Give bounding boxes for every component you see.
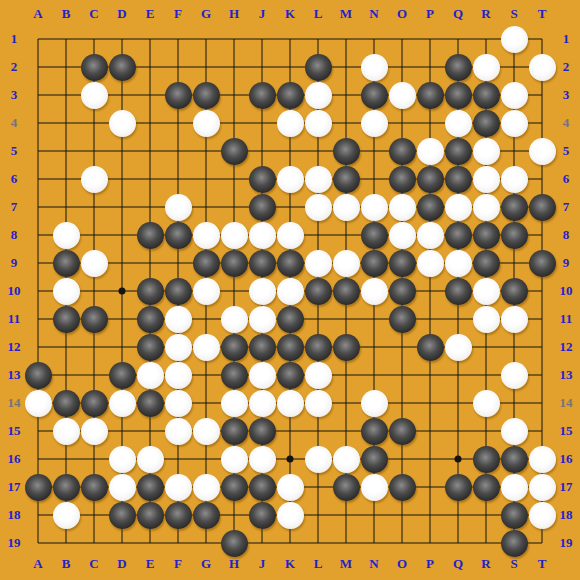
intersection-d4[interactable] xyxy=(108,109,136,137)
intersection-a10[interactable] xyxy=(24,277,52,305)
intersection-o3[interactable] xyxy=(388,81,416,109)
intersection-q4[interactable] xyxy=(444,109,472,137)
intersection-o12[interactable] xyxy=(388,333,416,361)
intersection-d9[interactable] xyxy=(108,249,136,277)
intersection-j8[interactable] xyxy=(248,221,276,249)
intersection-d15[interactable] xyxy=(108,417,136,445)
intersection-f14[interactable] xyxy=(164,389,192,417)
intersection-r7[interactable] xyxy=(472,193,500,221)
intersection-r15[interactable] xyxy=(472,417,500,445)
intersection-n15[interactable] xyxy=(360,417,388,445)
intersection-e1[interactable] xyxy=(136,25,164,53)
intersection-s12[interactable] xyxy=(500,333,528,361)
intersection-q16[interactable] xyxy=(444,445,472,473)
intersection-f13[interactable] xyxy=(164,361,192,389)
intersection-o1[interactable] xyxy=(388,25,416,53)
intersection-o17[interactable] xyxy=(388,473,416,501)
intersection-c1[interactable] xyxy=(80,25,108,53)
intersection-p13[interactable] xyxy=(416,361,444,389)
intersection-g18[interactable] xyxy=(192,501,220,529)
intersection-l1[interactable] xyxy=(304,25,332,53)
intersection-p4[interactable] xyxy=(416,109,444,137)
intersection-g8[interactable] xyxy=(192,221,220,249)
intersection-s11[interactable] xyxy=(500,305,528,333)
intersection-m6[interactable] xyxy=(332,165,360,193)
intersection-c2[interactable] xyxy=(80,53,108,81)
intersection-o10[interactable] xyxy=(388,277,416,305)
intersection-l3[interactable] xyxy=(304,81,332,109)
intersection-q2[interactable] xyxy=(444,53,472,81)
intersection-e11[interactable] xyxy=(136,305,164,333)
intersection-n18[interactable] xyxy=(360,501,388,529)
intersection-e7[interactable] xyxy=(136,193,164,221)
intersection-q3[interactable] xyxy=(444,81,472,109)
intersection-p14[interactable] xyxy=(416,389,444,417)
intersection-b1[interactable] xyxy=(52,25,80,53)
intersection-d2[interactable] xyxy=(108,53,136,81)
intersection-c12[interactable] xyxy=(80,333,108,361)
intersection-b2[interactable] xyxy=(52,53,80,81)
intersection-q11[interactable] xyxy=(444,305,472,333)
intersection-m4[interactable] xyxy=(332,109,360,137)
intersection-o18[interactable] xyxy=(388,501,416,529)
intersection-b9[interactable] xyxy=(52,249,80,277)
intersection-f5[interactable] xyxy=(164,137,192,165)
intersection-k11[interactable] xyxy=(276,305,304,333)
intersection-a4[interactable] xyxy=(24,109,52,137)
intersection-r10[interactable] xyxy=(472,277,500,305)
intersection-s10[interactable] xyxy=(500,277,528,305)
intersection-e5[interactable] xyxy=(136,137,164,165)
intersection-l12[interactable] xyxy=(304,333,332,361)
intersection-r1[interactable] xyxy=(472,25,500,53)
intersection-k8[interactable] xyxy=(276,221,304,249)
intersection-q10[interactable] xyxy=(444,277,472,305)
intersection-f15[interactable] xyxy=(164,417,192,445)
intersection-e18[interactable] xyxy=(136,501,164,529)
intersection-n13[interactable] xyxy=(360,361,388,389)
intersection-a16[interactable] xyxy=(24,445,52,473)
intersection-g3[interactable] xyxy=(192,81,220,109)
intersection-c7[interactable] xyxy=(80,193,108,221)
intersection-k17[interactable] xyxy=(276,473,304,501)
intersection-f19[interactable] xyxy=(164,529,192,557)
intersection-n16[interactable] xyxy=(360,445,388,473)
intersection-e3[interactable] xyxy=(136,81,164,109)
intersection-m10[interactable] xyxy=(332,277,360,305)
intersection-h15[interactable] xyxy=(220,417,248,445)
intersection-g10[interactable] xyxy=(192,277,220,305)
intersection-k6[interactable] xyxy=(276,165,304,193)
intersection-d19[interactable] xyxy=(108,529,136,557)
intersection-k3[interactable] xyxy=(276,81,304,109)
intersection-r4[interactable] xyxy=(472,109,500,137)
intersection-n12[interactable] xyxy=(360,333,388,361)
intersection-j12[interactable] xyxy=(248,333,276,361)
intersection-p19[interactable] xyxy=(416,529,444,557)
intersection-f6[interactable] xyxy=(164,165,192,193)
intersection-o15[interactable] xyxy=(388,417,416,445)
intersection-j2[interactable] xyxy=(248,53,276,81)
intersection-q18[interactable] xyxy=(444,501,472,529)
intersection-n11[interactable] xyxy=(360,305,388,333)
intersection-k15[interactable] xyxy=(276,417,304,445)
intersection-o8[interactable] xyxy=(388,221,416,249)
intersection-f17[interactable] xyxy=(164,473,192,501)
intersection-s7[interactable] xyxy=(500,193,528,221)
intersection-j11[interactable] xyxy=(248,305,276,333)
intersection-d6[interactable] xyxy=(108,165,136,193)
intersection-f2[interactable] xyxy=(164,53,192,81)
intersection-c11[interactable] xyxy=(80,305,108,333)
intersection-s8[interactable] xyxy=(500,221,528,249)
intersection-m7[interactable] xyxy=(332,193,360,221)
intersection-h18[interactable] xyxy=(220,501,248,529)
intersection-d16[interactable] xyxy=(108,445,136,473)
intersection-b17[interactable] xyxy=(52,473,80,501)
intersection-c6[interactable] xyxy=(80,165,108,193)
intersection-l6[interactable] xyxy=(304,165,332,193)
intersection-d7[interactable] xyxy=(108,193,136,221)
intersection-f11[interactable] xyxy=(164,305,192,333)
intersection-o6[interactable] xyxy=(388,165,416,193)
intersection-c9[interactable] xyxy=(80,249,108,277)
intersection-n19[interactable] xyxy=(360,529,388,557)
intersection-b3[interactable] xyxy=(52,81,80,109)
intersection-a12[interactable] xyxy=(24,333,52,361)
intersection-s5[interactable] xyxy=(500,137,528,165)
intersection-g14[interactable] xyxy=(192,389,220,417)
intersection-h14[interactable] xyxy=(220,389,248,417)
intersection-q6[interactable] xyxy=(444,165,472,193)
intersection-s14[interactable] xyxy=(500,389,528,417)
intersection-g7[interactable] xyxy=(192,193,220,221)
intersection-j16[interactable] xyxy=(248,445,276,473)
intersection-b13[interactable] xyxy=(52,361,80,389)
intersection-f3[interactable] xyxy=(164,81,192,109)
intersection-h4[interactable] xyxy=(220,109,248,137)
intersection-k7[interactable] xyxy=(276,193,304,221)
intersection-k2[interactable] xyxy=(276,53,304,81)
intersection-n7[interactable] xyxy=(360,193,388,221)
intersection-d14[interactable] xyxy=(108,389,136,417)
intersection-b11[interactable] xyxy=(52,305,80,333)
intersection-a14[interactable] xyxy=(24,389,52,417)
intersection-c3[interactable] xyxy=(80,81,108,109)
intersection-j15[interactable] xyxy=(248,417,276,445)
intersection-d17[interactable] xyxy=(108,473,136,501)
intersection-q12[interactable] xyxy=(444,333,472,361)
intersection-o5[interactable] xyxy=(388,137,416,165)
intersection-l14[interactable] xyxy=(304,389,332,417)
intersection-c19[interactable] xyxy=(80,529,108,557)
intersection-e15[interactable] xyxy=(136,417,164,445)
intersection-b6[interactable] xyxy=(52,165,80,193)
intersection-o7[interactable] xyxy=(388,193,416,221)
intersection-f9[interactable] xyxy=(164,249,192,277)
intersection-s1[interactable] xyxy=(500,25,528,53)
intersection-p11[interactable] xyxy=(416,305,444,333)
intersection-s13[interactable] xyxy=(500,361,528,389)
intersection-g16[interactable] xyxy=(192,445,220,473)
intersection-e9[interactable] xyxy=(136,249,164,277)
intersection-l11[interactable] xyxy=(304,305,332,333)
intersection-g6[interactable] xyxy=(192,165,220,193)
intersection-f18[interactable] xyxy=(164,501,192,529)
intersection-j3[interactable] xyxy=(248,81,276,109)
intersection-h19[interactable] xyxy=(220,529,248,557)
intersection-j19[interactable] xyxy=(248,529,276,557)
intersection-p6[interactable] xyxy=(416,165,444,193)
intersection-f4[interactable] xyxy=(164,109,192,137)
intersection-m12[interactable] xyxy=(332,333,360,361)
intersection-r18[interactable] xyxy=(472,501,500,529)
intersection-n3[interactable] xyxy=(360,81,388,109)
intersection-l5[interactable] xyxy=(304,137,332,165)
intersection-e2[interactable] xyxy=(136,53,164,81)
intersection-l16[interactable] xyxy=(304,445,332,473)
intersection-h7[interactable] xyxy=(220,193,248,221)
intersection-j10[interactable] xyxy=(248,277,276,305)
intersection-p7[interactable] xyxy=(416,193,444,221)
intersection-m13[interactable] xyxy=(332,361,360,389)
intersection-g9[interactable] xyxy=(192,249,220,277)
intersection-e13[interactable] xyxy=(136,361,164,389)
intersection-l8[interactable] xyxy=(304,221,332,249)
intersection-h11[interactable] xyxy=(220,305,248,333)
intersection-l13[interactable] xyxy=(304,361,332,389)
intersection-c5[interactable] xyxy=(80,137,108,165)
intersection-o4[interactable] xyxy=(388,109,416,137)
intersection-n1[interactable] xyxy=(360,25,388,53)
intersection-b15[interactable] xyxy=(52,417,80,445)
intersection-s16[interactable] xyxy=(500,445,528,473)
intersection-e19[interactable] xyxy=(136,529,164,557)
intersection-m11[interactable] xyxy=(332,305,360,333)
intersection-p1[interactable] xyxy=(416,25,444,53)
intersection-j4[interactable] xyxy=(248,109,276,137)
intersection-a11[interactable] xyxy=(24,305,52,333)
intersection-c4[interactable] xyxy=(80,109,108,137)
intersection-m9[interactable] xyxy=(332,249,360,277)
intersection-p18[interactable] xyxy=(416,501,444,529)
intersection-m2[interactable] xyxy=(332,53,360,81)
intersection-a19[interactable] xyxy=(24,529,52,557)
intersection-q7[interactable] xyxy=(444,193,472,221)
intersection-h13[interactable] xyxy=(220,361,248,389)
intersection-o9[interactable] xyxy=(388,249,416,277)
intersection-p16[interactable] xyxy=(416,445,444,473)
intersection-l15[interactable] xyxy=(304,417,332,445)
intersection-e8[interactable] xyxy=(136,221,164,249)
intersection-q15[interactable] xyxy=(444,417,472,445)
intersection-s17[interactable] xyxy=(500,473,528,501)
intersection-f7[interactable] xyxy=(164,193,192,221)
intersection-b7[interactable] xyxy=(52,193,80,221)
intersection-a2[interactable] xyxy=(24,53,52,81)
intersection-q14[interactable] xyxy=(444,389,472,417)
intersection-c13[interactable] xyxy=(80,361,108,389)
intersection-k18[interactable] xyxy=(276,501,304,529)
intersection-n4[interactable] xyxy=(360,109,388,137)
intersection-b4[interactable] xyxy=(52,109,80,137)
intersection-e4[interactable] xyxy=(136,109,164,137)
intersection-h9[interactable] xyxy=(220,249,248,277)
intersection-m14[interactable] xyxy=(332,389,360,417)
intersection-b19[interactable] xyxy=(52,529,80,557)
intersection-m17[interactable] xyxy=(332,473,360,501)
intersection-a5[interactable] xyxy=(24,137,52,165)
intersection-h5[interactable] xyxy=(220,137,248,165)
intersection-e10[interactable] xyxy=(136,277,164,305)
intersection-d1[interactable] xyxy=(108,25,136,53)
intersection-h3[interactable] xyxy=(220,81,248,109)
intersection-b10[interactable] xyxy=(52,277,80,305)
intersection-s18[interactable] xyxy=(500,501,528,529)
intersection-j7[interactable] xyxy=(248,193,276,221)
intersection-s6[interactable] xyxy=(500,165,528,193)
intersection-p8[interactable] xyxy=(416,221,444,249)
intersection-q1[interactable] xyxy=(444,25,472,53)
intersection-d18[interactable] xyxy=(108,501,136,529)
intersection-c10[interactable] xyxy=(80,277,108,305)
intersection-r6[interactable] xyxy=(472,165,500,193)
intersection-j5[interactable] xyxy=(248,137,276,165)
intersection-f12[interactable] xyxy=(164,333,192,361)
intersection-g13[interactable] xyxy=(192,361,220,389)
intersection-g4[interactable] xyxy=(192,109,220,137)
intersection-p10[interactable] xyxy=(416,277,444,305)
intersection-p12[interactable] xyxy=(416,333,444,361)
intersection-e14[interactable] xyxy=(136,389,164,417)
intersection-j18[interactable] xyxy=(248,501,276,529)
intersection-r2[interactable] xyxy=(472,53,500,81)
intersection-c15[interactable] xyxy=(80,417,108,445)
intersection-k4[interactable] xyxy=(276,109,304,137)
intersection-l2[interactable] xyxy=(304,53,332,81)
intersection-o19[interactable] xyxy=(388,529,416,557)
intersection-p3[interactable] xyxy=(416,81,444,109)
intersection-l19[interactable] xyxy=(304,529,332,557)
intersection-c8[interactable] xyxy=(80,221,108,249)
intersection-k14[interactable] xyxy=(276,389,304,417)
intersection-d10[interactable] xyxy=(108,277,136,305)
intersection-m1[interactable] xyxy=(332,25,360,53)
intersection-n5[interactable] xyxy=(360,137,388,165)
intersection-j13[interactable] xyxy=(248,361,276,389)
intersection-d5[interactable] xyxy=(108,137,136,165)
intersection-h12[interactable] xyxy=(220,333,248,361)
intersection-f1[interactable] xyxy=(164,25,192,53)
intersection-k16[interactable] xyxy=(276,445,304,473)
intersection-b18[interactable] xyxy=(52,501,80,529)
intersection-s4[interactable] xyxy=(500,109,528,137)
intersection-p17[interactable] xyxy=(416,473,444,501)
intersection-l7[interactable] xyxy=(304,193,332,221)
intersection-d8[interactable] xyxy=(108,221,136,249)
intersection-j9[interactable] xyxy=(248,249,276,277)
intersection-g11[interactable] xyxy=(192,305,220,333)
intersection-l18[interactable] xyxy=(304,501,332,529)
intersection-g19[interactable] xyxy=(192,529,220,557)
intersection-d12[interactable] xyxy=(108,333,136,361)
intersection-a8[interactable] xyxy=(24,221,52,249)
intersection-k9[interactable] xyxy=(276,249,304,277)
intersection-h16[interactable] xyxy=(220,445,248,473)
intersection-c14[interactable] xyxy=(80,389,108,417)
intersection-c17[interactable] xyxy=(80,473,108,501)
intersection-k10[interactable] xyxy=(276,277,304,305)
intersection-p15[interactable] xyxy=(416,417,444,445)
intersection-r19[interactable] xyxy=(472,529,500,557)
intersection-a9[interactable] xyxy=(24,249,52,277)
intersection-s15[interactable] xyxy=(500,417,528,445)
intersection-g17[interactable] xyxy=(192,473,220,501)
intersection-k13[interactable] xyxy=(276,361,304,389)
intersection-p2[interactable] xyxy=(416,53,444,81)
intersection-c16[interactable] xyxy=(80,445,108,473)
intersection-g12[interactable] xyxy=(192,333,220,361)
intersection-r3[interactable] xyxy=(472,81,500,109)
intersection-r11[interactable] xyxy=(472,305,500,333)
intersection-h1[interactable] xyxy=(220,25,248,53)
intersection-r5[interactable] xyxy=(472,137,500,165)
intersection-g1[interactable] xyxy=(192,25,220,53)
intersection-j14[interactable] xyxy=(248,389,276,417)
intersection-j1[interactable] xyxy=(248,25,276,53)
intersection-m8[interactable] xyxy=(332,221,360,249)
intersection-d13[interactable] xyxy=(108,361,136,389)
intersection-n17[interactable] xyxy=(360,473,388,501)
intersection-o14[interactable] xyxy=(388,389,416,417)
intersection-o11[interactable] xyxy=(388,305,416,333)
intersection-a18[interactable] xyxy=(24,501,52,529)
intersection-h6[interactable] xyxy=(220,165,248,193)
intersection-o13[interactable] xyxy=(388,361,416,389)
intersection-r16[interactable] xyxy=(472,445,500,473)
intersection-q17[interactable] xyxy=(444,473,472,501)
intersection-m18[interactable] xyxy=(332,501,360,529)
intersection-k1[interactable] xyxy=(276,25,304,53)
intersection-p9[interactable] xyxy=(416,249,444,277)
intersection-g15[interactable] xyxy=(192,417,220,445)
intersection-h17[interactable] xyxy=(220,473,248,501)
intersection-k19[interactable] xyxy=(276,529,304,557)
intersection-b8[interactable] xyxy=(52,221,80,249)
intersection-m3[interactable] xyxy=(332,81,360,109)
intersection-q9[interactable] xyxy=(444,249,472,277)
intersection-s3[interactable] xyxy=(500,81,528,109)
intersection-b5[interactable] xyxy=(52,137,80,165)
intersection-h2[interactable] xyxy=(220,53,248,81)
intersection-m5[interactable] xyxy=(332,137,360,165)
intersection-q19[interactable] xyxy=(444,529,472,557)
intersection-n10[interactable] xyxy=(360,277,388,305)
intersection-r14[interactable] xyxy=(472,389,500,417)
intersection-e17[interactable] xyxy=(136,473,164,501)
intersection-g5[interactable] xyxy=(192,137,220,165)
intersection-m15[interactable] xyxy=(332,417,360,445)
intersection-d11[interactable] xyxy=(108,305,136,333)
intersection-n6[interactable] xyxy=(360,165,388,193)
intersection-r8[interactable] xyxy=(472,221,500,249)
intersection-l10[interactable] xyxy=(304,277,332,305)
intersection-s9[interactable] xyxy=(500,249,528,277)
intersection-s19[interactable] xyxy=(500,529,528,557)
intersection-a3[interactable] xyxy=(24,81,52,109)
intersection-r13[interactable] xyxy=(472,361,500,389)
intersection-a17[interactable] xyxy=(24,473,52,501)
